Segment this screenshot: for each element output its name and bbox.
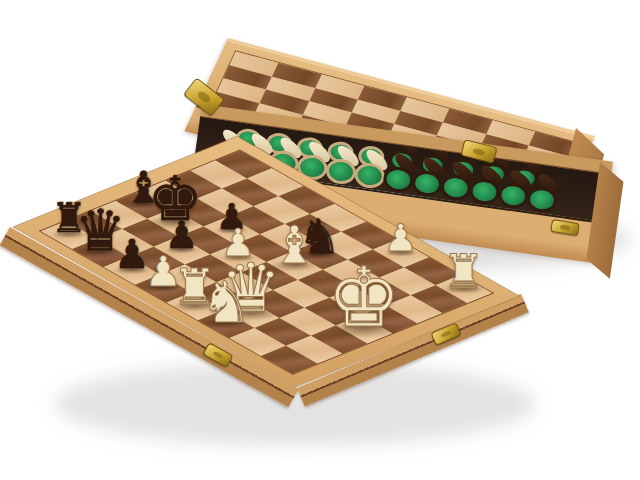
piece-white-rook-a1[interactable]: ♜ xyxy=(443,247,485,294)
piece-white-king-e1[interactable]: ♚ xyxy=(327,256,401,338)
piece-white-knight-h3[interactable]: ♞ xyxy=(200,273,251,330)
stored-dark-piece xyxy=(525,179,563,214)
product-photo: ♜♝♛♚♟♟♟♞♝♟♟♜♞♛♟♚♜ xyxy=(0,0,640,480)
